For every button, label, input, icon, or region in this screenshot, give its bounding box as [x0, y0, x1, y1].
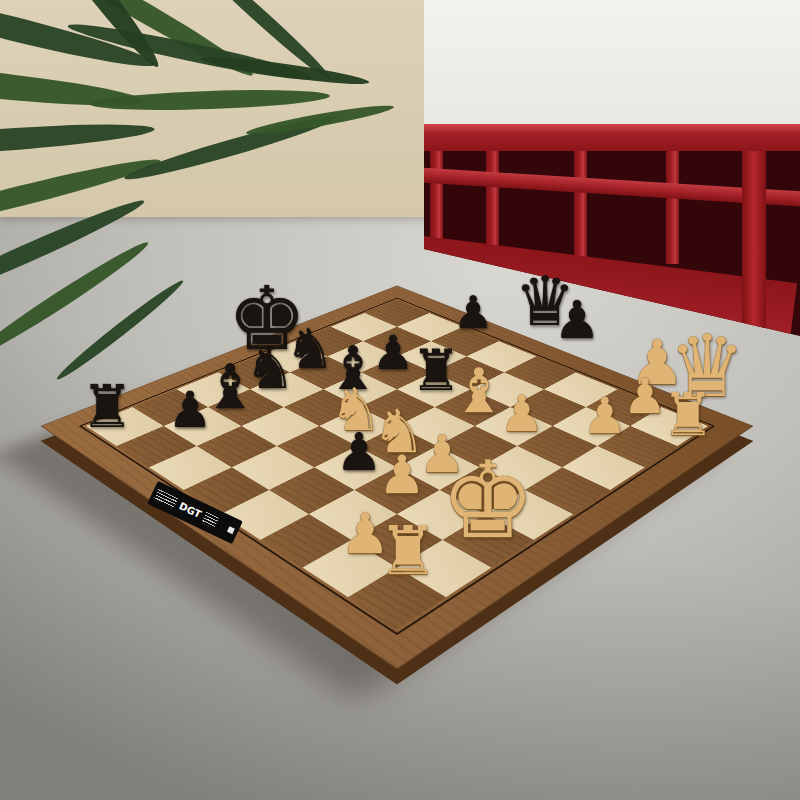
piece-white-bishop-f4[interactable]: ♝	[452, 360, 507, 421]
piece-black-pawn-captured-1[interactable]: ♟	[554, 294, 601, 346]
label-fineprint	[202, 511, 220, 528]
piece-black-pawn-c4[interactable]: ♟	[336, 427, 383, 479]
dgt-logo-text: DGT	[178, 501, 203, 520]
scene: DGT ♜♚♟♝♞♞♝♟♟♞♜♟♞♝♟♟♟♟♟♟♜♚♜♛♟♛♟	[0, 0, 800, 800]
piece-white-pawn-g2[interactable]: ♟	[583, 391, 628, 441]
bright-wall	[424, 0, 800, 130]
piece-white-pawn-f3[interactable]: ♟	[500, 390, 545, 440]
label-fineprint	[154, 489, 179, 509]
label-badge	[227, 526, 235, 534]
booth-pillar	[742, 124, 766, 336]
piece-white-rook-h1[interactable]: ♜	[662, 385, 715, 444]
piece-black-pawn-h6[interactable]: ♟	[453, 291, 493, 336]
piece-white-rook-a1[interactable]: ♜	[378, 518, 438, 585]
window-muntin	[666, 144, 679, 264]
piece-white-pawn-c3[interactable]: ♟	[378, 448, 426, 501]
piece-black-pawn-b7[interactable]: ♟	[168, 386, 213, 436]
piece-white-king-c1[interactable]: ♚	[440, 447, 535, 553]
booth-top-rail	[424, 124, 800, 151]
window-muntin	[574, 144, 587, 264]
piece-black-rook-a8[interactable]: ♜	[81, 378, 134, 437]
piece-white-pawn-h2[interactable]: ♟	[623, 372, 667, 421]
